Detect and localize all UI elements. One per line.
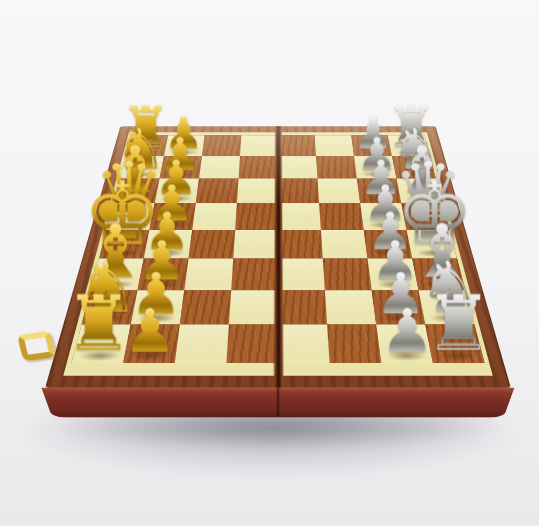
square-a6 xyxy=(315,135,354,156)
floor-shadow-core xyxy=(46,414,503,450)
square-f6 xyxy=(323,259,372,291)
square-h8: ♜ xyxy=(425,325,484,363)
square-b4 xyxy=(239,156,278,179)
square-b5 xyxy=(278,156,317,179)
square-c3 xyxy=(196,179,239,203)
square-h1: ♜ xyxy=(71,325,130,363)
square-g3 xyxy=(180,290,231,325)
square-h7: ♟ xyxy=(376,325,433,363)
square-a4 xyxy=(240,135,278,156)
square-b6 xyxy=(316,156,357,179)
gold-rook: ♜ xyxy=(64,287,133,360)
box-front-side xyxy=(41,388,514,418)
square-h5 xyxy=(278,325,330,363)
square-a3 xyxy=(202,135,241,156)
latch-loop-icon xyxy=(17,331,56,362)
square-a5 xyxy=(278,135,316,156)
silver-pawn: ♟ xyxy=(380,303,434,360)
box-front-seam xyxy=(277,388,279,418)
square-g6 xyxy=(325,290,376,325)
square-h2: ♟ xyxy=(123,325,180,363)
square-d4 xyxy=(235,203,278,230)
square-c4 xyxy=(237,179,278,203)
square-c6 xyxy=(317,179,360,203)
square-e5 xyxy=(278,230,323,259)
square-e6 xyxy=(321,230,368,259)
square-g4 xyxy=(229,290,278,325)
square-d5 xyxy=(278,203,321,230)
square-h6 xyxy=(327,325,381,363)
brass-latch xyxy=(14,328,65,371)
square-f4 xyxy=(231,259,278,291)
square-e4 xyxy=(233,230,278,259)
square-h3 xyxy=(175,325,229,363)
square-e3 xyxy=(189,230,236,259)
square-g5 xyxy=(278,290,327,325)
photo-scene: ♜♟♟♜♞♟♟♞♝♟♟♝♛♟♟♛♚♟♟♚♝♟♟♝♞♟♟♞♜♟♟♜ xyxy=(0,0,539,526)
square-c5 xyxy=(278,179,319,203)
folding-chess-box: ♜♟♟♜♞♟♟♞♝♟♟♝♛♟♟♛♚♟♟♚♝♟♟♝♞♟♟♞♜♟♟♜ xyxy=(45,127,511,388)
square-h4 xyxy=(226,325,278,363)
square-b3 xyxy=(199,156,240,179)
square-f5 xyxy=(278,259,325,291)
gold-pawn: ♟ xyxy=(123,303,177,360)
square-d3 xyxy=(192,203,237,230)
fold-seam xyxy=(272,127,283,388)
square-f3 xyxy=(184,259,233,291)
square-d6 xyxy=(319,203,364,230)
